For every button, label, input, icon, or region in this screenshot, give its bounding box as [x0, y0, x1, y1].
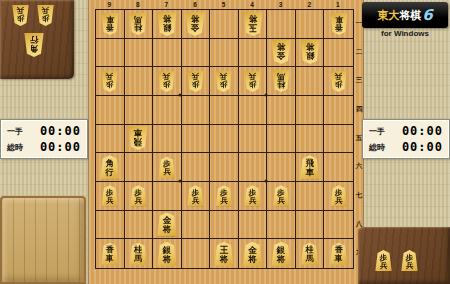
square-4-1[interactable]: 玉将 [239, 10, 268, 39]
piece-gote-king[interactable]: 玉将 [243, 12, 263, 36]
square-3-4[interactable] [267, 96, 296, 125]
piece-gote-lance[interactable]: 香車 [101, 13, 119, 35]
piece-gote-rook[interactable]: 飛車 [128, 126, 148, 150]
piece-sente-pawn[interactable]: 歩兵 [273, 185, 290, 206]
square-2-8[interactable] [296, 211, 325, 240]
file-label-7: 7 [152, 0, 181, 9]
piece-sente-pawn[interactable]: 歩兵 [130, 185, 147, 206]
square-2-1[interactable] [296, 10, 325, 39]
piece-sente-pawn[interactable]: 歩兵 [215, 185, 232, 206]
square-9-9[interactable]: 香車 [96, 239, 125, 268]
square-3-3[interactable]: 桂馬 [267, 67, 296, 96]
square-8-2[interactable] [125, 39, 154, 68]
square-8-9[interactable]: 桂馬 [125, 239, 154, 268]
square-8-3[interactable] [125, 67, 154, 96]
square-8-6[interactable] [125, 153, 154, 182]
square-4-3[interactable]: 歩兵 [239, 67, 268, 96]
square-5-7[interactable]: 歩兵 [210, 182, 239, 211]
square-6-5[interactable] [182, 125, 211, 154]
sente-hand-tray[interactable]: 歩兵歩兵 [358, 227, 450, 284]
square-3-6[interactable] [267, 153, 296, 182]
piece-gote-knight[interactable]: 桂馬 [129, 13, 147, 35]
piece-sente-lance[interactable]: 香車 [330, 243, 348, 265]
square-7-9[interactable]: 銀将 [153, 239, 182, 268]
hand-sente-pawn[interactable]: 歩兵 [375, 250, 392, 271]
hand-gote-pawn[interactable]: 歩兵 [12, 5, 29, 26]
square-8-7[interactable]: 歩兵 [125, 182, 154, 211]
square-6-2[interactable] [182, 39, 211, 68]
total-time-value: 00:00 [402, 140, 443, 154]
square-3-2[interactable]: 金将 [267, 39, 296, 68]
square-2-7[interactable] [296, 182, 325, 211]
piece-sente-pawn[interactable]: 歩兵 [330, 185, 347, 206]
piece-gote-silver[interactable]: 銀将 [157, 12, 177, 36]
sente-clock-panel: 一手 00:00 総時 00:00 [0, 119, 88, 159]
file-labels: 987654321 [95, 0, 352, 9]
shogi-board: 987654321 一二三四五六七八九 香車桂馬銀将金将玉将香車金将銀将歩兵歩兵… [89, 0, 363, 284]
square-2-6[interactable]: 飛車 [296, 153, 325, 182]
square-3-5[interactable] [267, 125, 296, 154]
square-4-7[interactable]: 歩兵 [239, 182, 268, 211]
square-7-2[interactable] [153, 39, 182, 68]
square-3-8[interactable] [267, 211, 296, 240]
piece-gote-silver[interactable]: 銀将 [300, 40, 320, 64]
square-8-5[interactable]: 飛車 [125, 125, 154, 154]
square-9-3[interactable]: 歩兵 [96, 67, 125, 96]
piece-sente-pawn[interactable]: 歩兵 [101, 185, 118, 206]
piece-gote-knight[interactable]: 桂馬 [272, 70, 290, 92]
square-3-7[interactable]: 歩兵 [267, 182, 296, 211]
square-6-6[interactable] [182, 153, 211, 182]
square-5-9[interactable]: 王将 [210, 239, 239, 268]
square-6-8[interactable] [182, 211, 211, 240]
square-2-4[interactable] [296, 96, 325, 125]
gote-clock-panel: 一手 00:00 総時 00:00 [362, 119, 450, 159]
total-time-label: 総時 [369, 142, 385, 153]
rank-label-7: 七 [355, 181, 363, 210]
file-label-5: 5 [209, 0, 238, 9]
square-9-5[interactable] [96, 125, 125, 154]
piece-gote-pawn[interactable]: 歩兵 [215, 71, 232, 92]
square-1-7[interactable]: 歩兵 [324, 182, 353, 211]
square-6-9[interactable] [182, 239, 211, 268]
square-1-1[interactable]: 香車 [324, 10, 353, 39]
square-7-1[interactable]: 銀将 [153, 10, 182, 39]
square-1-8[interactable] [324, 211, 353, 240]
square-5-6[interactable] [210, 153, 239, 182]
app-logo: 東大将棋 6 [362, 2, 448, 28]
gote-hand-tray[interactable]: 歩兵歩兵角行 [0, 0, 74, 79]
piece-sente-king[interactable]: 王将 [214, 242, 234, 266]
file-label-9: 9 [95, 0, 124, 9]
logo-subtitle: for Windows [362, 29, 448, 38]
piece-gote-pawn[interactable]: 歩兵 [330, 71, 347, 92]
logo-title: 東大将棋 [377, 8, 421, 23]
piece-gote-pawn[interactable]: 歩兵 [101, 71, 118, 92]
square-6-3[interactable]: 歩兵 [182, 67, 211, 96]
piece-gote-pawn[interactable]: 歩兵 [244, 71, 261, 92]
move-time-label: 一手 [7, 126, 23, 137]
square-7-3[interactable]: 歩兵 [153, 67, 182, 96]
square-8-1[interactable]: 桂馬 [125, 10, 154, 39]
piece-box [0, 196, 86, 284]
square-5-1[interactable] [210, 10, 239, 39]
square-5-8[interactable] [210, 211, 239, 240]
rank-label-3: 三 [355, 66, 363, 95]
square-8-8[interactable] [125, 211, 154, 240]
square-2-3[interactable] [296, 67, 325, 96]
move-time-value: 00:00 [402, 124, 443, 138]
square-4-5[interactable] [239, 125, 268, 154]
square-9-7[interactable]: 歩兵 [96, 182, 125, 211]
piece-gote-gold[interactable]: 金将 [185, 12, 205, 36]
piece-sente-pawn[interactable]: 歩兵 [187, 185, 204, 206]
move-time-value: 00:00 [40, 124, 81, 138]
square-1-9[interactable]: 香車 [324, 239, 353, 268]
square-4-6[interactable] [239, 153, 268, 182]
square-2-2[interactable]: 銀将 [296, 39, 325, 68]
piece-sente-knight[interactable]: 桂馬 [301, 243, 319, 265]
logo-version: 6 [422, 6, 432, 24]
square-9-2[interactable] [96, 39, 125, 68]
piece-sente-silver[interactable]: 銀将 [271, 242, 291, 266]
file-label-4: 4 [238, 0, 267, 9]
piece-gote-pawn[interactable]: 歩兵 [187, 71, 204, 92]
square-7-7[interactable] [153, 182, 182, 211]
square-3-1[interactable] [267, 10, 296, 39]
piece-sente-silver[interactable]: 銀将 [157, 242, 177, 266]
file-label-2: 2 [295, 0, 324, 9]
star-point [265, 94, 268, 97]
square-6-4[interactable] [182, 96, 211, 125]
hand-sente-pawn[interactable]: 歩兵 [401, 250, 418, 271]
rank-label-2: 二 [355, 38, 363, 67]
square-3-9[interactable]: 銀将 [267, 239, 296, 268]
square-6-7[interactable]: 歩兵 [182, 182, 211, 211]
square-9-4[interactable] [96, 96, 125, 125]
square-6-1[interactable]: 金将 [182, 10, 211, 39]
piece-sente-gold[interactable]: 金将 [243, 242, 263, 266]
square-4-4[interactable] [239, 96, 268, 125]
piece-sente-gold[interactable]: 金将 [157, 212, 177, 236]
square-1-5[interactable] [324, 125, 353, 154]
star-point [179, 94, 182, 97]
piece-gote-pawn[interactable]: 歩兵 [158, 71, 175, 92]
file-label-3: 3 [266, 0, 295, 9]
square-1-4[interactable] [324, 96, 353, 125]
square-9-1[interactable]: 香車 [96, 10, 125, 39]
piece-sente-pawn[interactable]: 歩兵 [244, 185, 261, 206]
piece-sente-knight[interactable]: 桂馬 [129, 243, 147, 265]
file-label-1: 1 [324, 0, 353, 9]
square-1-2[interactable] [324, 39, 353, 68]
star-point [265, 180, 268, 183]
piece-sente-pawn[interactable]: 歩兵 [158, 157, 175, 178]
square-5-5[interactable] [210, 125, 239, 154]
square-2-5[interactable] [296, 125, 325, 154]
piece-gote-gold[interactable]: 金将 [271, 40, 291, 64]
square-7-6[interactable]: 歩兵 [153, 153, 182, 182]
square-5-2[interactable] [210, 39, 239, 68]
square-7-4[interactable] [153, 96, 182, 125]
square-4-2[interactable] [239, 39, 268, 68]
star-point [179, 180, 182, 183]
square-7-8[interactable]: 金将 [153, 211, 182, 240]
piece-sente-lance[interactable]: 香車 [101, 243, 119, 265]
square-7-5[interactable] [153, 125, 182, 154]
piece-gote-lance[interactable]: 香車 [330, 13, 348, 35]
square-4-9[interactable]: 金将 [239, 239, 268, 268]
square-5-3[interactable]: 歩兵 [210, 67, 239, 96]
total-time-label: 総時 [7, 142, 23, 153]
hand-gote-pawn[interactable]: 歩兵 [37, 5, 54, 26]
square-4-8[interactable] [239, 211, 268, 240]
file-label-6: 6 [181, 0, 210, 9]
shogi-app-window: 歩兵歩兵角行 一手 00:00 総時 00:00 987654321 一二三四五… [0, 0, 450, 284]
piece-sente-bishop[interactable]: 角行 [100, 155, 120, 179]
square-8-4[interactable] [125, 96, 154, 125]
file-label-8: 8 [124, 0, 153, 9]
hand-gote-bishop[interactable]: 角行 [24, 33, 44, 57]
square-9-8[interactable] [96, 211, 125, 240]
square-1-6[interactable] [324, 153, 353, 182]
square-2-9[interactable]: 桂馬 [296, 239, 325, 268]
total-time-value: 00:00 [40, 140, 81, 154]
board-grid: 香車桂馬銀将金将玉将香車金将銀将歩兵歩兵歩兵歩兵歩兵桂馬歩兵飛車角行歩兵飛車歩兵… [95, 9, 354, 269]
move-time-label: 一手 [369, 126, 385, 137]
square-1-3[interactable]: 歩兵 [324, 67, 353, 96]
piece-sente-rook[interactable]: 飛車 [300, 155, 320, 179]
square-5-4[interactable] [210, 96, 239, 125]
square-9-6[interactable]: 角行 [96, 153, 125, 182]
